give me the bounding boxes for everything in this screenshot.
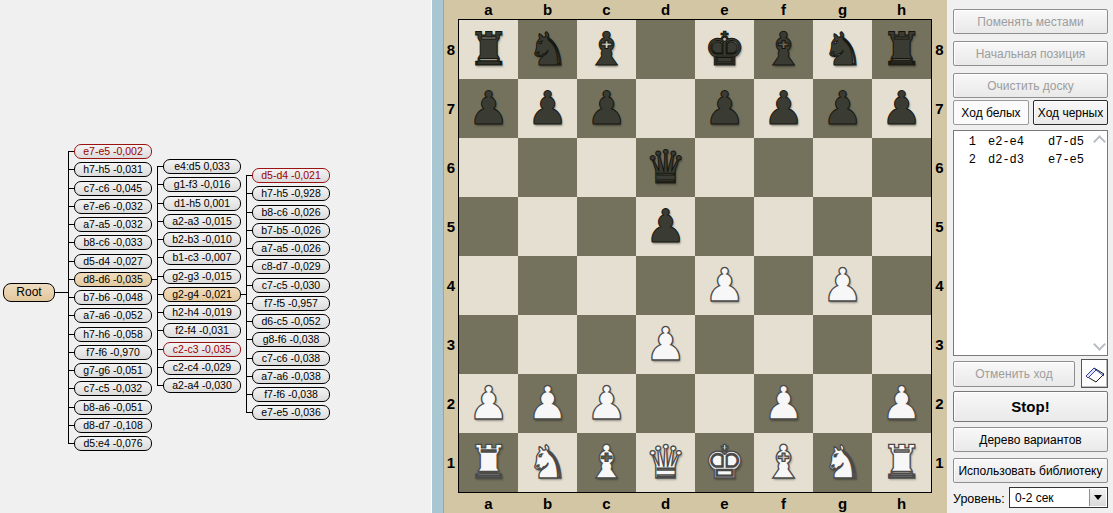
rank-label-4: 4: [444, 256, 458, 315]
rank-label-3: 3: [444, 315, 458, 374]
black-to-move-toggle[interactable]: Ход черных: [1033, 100, 1108, 125]
rank-label-8: 8: [932, 20, 947, 79]
move-list-scrollbar[interactable]: [1092, 131, 1107, 355]
chess-board: ♜♞♝♚♝♞♜♟♟♟♟♟♟♟♛♟♟♟♟♟♟♟♟♟♜♞♝♛♚♝♞♜: [458, 19, 932, 493]
square-c2[interactable]: ♟: [577, 374, 636, 433]
tree-node[interactable]: a7-a6 -0,038: [252, 369, 330, 384]
black-pawn[interactable]: ♟: [527, 79, 568, 138]
tree-node[interactable]: c2-c3 -0,035: [163, 342, 241, 357]
square-h6[interactable]: [872, 138, 931, 197]
tree-node[interactable]: g1-f3 -0,016: [163, 177, 241, 192]
level-combobox[interactable]: 0-2 сек: [1009, 487, 1108, 508]
tree-node[interactable]: g8-f6 -0,038: [252, 332, 330, 347]
move-number: 2: [954, 153, 976, 167]
tree-node[interactable]: h2-h4 -0,019: [163, 305, 241, 320]
file-label-d: d: [636, 0, 695, 19]
file-label-a: a: [459, 493, 518, 513]
black-move: e7-e5: [1048, 153, 1084, 167]
white-pawn[interactable]: ♟: [704, 256, 745, 315]
move-list[interactable]: 1e2-e4d7-d52d2-d3e7-e5: [953, 130, 1108, 356]
white-pawn[interactable]: ♟: [881, 374, 922, 433]
white-pawn[interactable]: ♟: [468, 374, 509, 433]
file-label-a: a: [459, 0, 518, 19]
tree-node[interactable]: g2-g3 -0,015: [163, 269, 241, 284]
square-a5[interactable]: [459, 197, 518, 256]
square-d1[interactable]: ♛: [636, 433, 695, 492]
square-d5[interactable]: ♟: [636, 197, 695, 256]
black-pawn[interactable]: ♟: [822, 79, 863, 138]
black-bishop[interactable]: ♝: [586, 20, 627, 79]
black-pawn[interactable]: ♟: [704, 79, 745, 138]
black-pawn[interactable]: ♟: [586, 79, 627, 138]
square-c6[interactable]: [577, 138, 636, 197]
level-value: 0-2 сек: [1015, 491, 1054, 505]
tree-node[interactable]: a7-a5 -0,026: [252, 241, 330, 256]
square-h4[interactable]: [872, 256, 931, 315]
tree-node[interactable]: h7-h5 -0,031: [74, 162, 152, 177]
square-e8[interactable]: ♚: [695, 20, 754, 79]
undo-move-button[interactable]: Отменить ход: [953, 361, 1075, 387]
square-e6[interactable]: [695, 138, 754, 197]
square-a8[interactable]: ♜: [459, 20, 518, 79]
tree-node[interactable]: b1-c3 -0,007: [163, 250, 241, 265]
square-d8[interactable]: [636, 20, 695, 79]
square-h3[interactable]: [872, 315, 931, 374]
square-c5[interactable]: [577, 197, 636, 256]
tree-node[interactable]: c7-c5 -0,030: [252, 278, 330, 293]
tree-node[interactable]: e7-e5 -0,036: [252, 405, 330, 420]
square-h5[interactable]: [872, 197, 931, 256]
square-d6[interactable]: ♛: [636, 138, 695, 197]
rank-label-3: 3: [932, 315, 947, 374]
file-labels-top: abcdefgh: [459, 0, 931, 19]
black-rook[interactable]: ♜: [881, 20, 922, 79]
swap-sides-button[interactable]: Поменять местами: [953, 9, 1108, 34]
square-b7[interactable]: ♟: [518, 79, 577, 138]
move-row[interactable]: 2d2-d3e7-e5: [954, 149, 1107, 167]
square-e7[interactable]: ♟: [695, 79, 754, 138]
square-d2[interactable]: [636, 374, 695, 433]
square-b5[interactable]: [518, 197, 577, 256]
square-h2[interactable]: ♟: [872, 374, 931, 433]
white-pawn[interactable]: ♟: [527, 374, 568, 433]
tree-node[interactable]: f7-f6 -0,038: [252, 387, 330, 402]
rank-label-5: 5: [932, 197, 947, 256]
square-a3[interactable]: [459, 315, 518, 374]
square-c7[interactable]: ♟: [577, 79, 636, 138]
square-g5[interactable]: [813, 197, 872, 256]
level-label: Уровень:: [953, 492, 1005, 506]
file-label-f: f: [754, 0, 813, 19]
control-panel: Поменять местами Начальная позиция Очист…: [947, 0, 1113, 513]
black-bishop[interactable]: ♝: [763, 20, 804, 79]
square-h8[interactable]: ♜: [872, 20, 931, 79]
tree-node[interactable]: b8-c6 -0,026: [252, 205, 330, 220]
tree-node[interactable]: c2-c4 -0,029: [163, 360, 241, 375]
square-g3[interactable]: [813, 315, 872, 374]
combo-dropdown-arrow-icon[interactable]: [1089, 489, 1106, 506]
file-label-b: b: [518, 493, 577, 513]
square-f2[interactable]: ♟: [754, 374, 813, 433]
white-bishop[interactable]: ♝: [586, 433, 627, 492]
file-label-b: b: [518, 0, 577, 19]
file-label-g: g: [813, 0, 872, 19]
tree-node[interactable]: c7-c5 -0,032: [74, 381, 152, 396]
rank-labels-right: 87654321: [932, 20, 947, 492]
square-e3[interactable]: [695, 315, 754, 374]
scroll-down-icon[interactable]: [1093, 338, 1106, 351]
tree-node[interactable]: f7-f5 -0,957: [252, 296, 330, 311]
white-pawn[interactable]: ♟: [645, 315, 686, 374]
tree-node[interactable]: h7-h6 -0,058: [74, 327, 152, 342]
square-g6[interactable]: [813, 138, 872, 197]
square-d7[interactable]: [636, 79, 695, 138]
square-d4[interactable]: [636, 256, 695, 315]
square-c1[interactable]: ♝: [577, 433, 636, 492]
square-e5[interactable]: [695, 197, 754, 256]
opening-book-button[interactable]: [1081, 359, 1108, 388]
square-c8[interactable]: ♝: [577, 20, 636, 79]
square-a1[interactable]: ♜: [459, 433, 518, 492]
tree-node[interactable]: c7-c6 -0,045: [74, 181, 152, 196]
tree-node[interactable]: d5-d4 -0,027: [74, 254, 152, 269]
rank-labels-left: 87654321: [444, 20, 458, 492]
white-queen[interactable]: ♛: [645, 433, 686, 492]
square-e2[interactable]: [695, 374, 754, 433]
tree-node[interactable]: d8-d7 -0,108: [74, 418, 152, 433]
tree-node[interactable]: c7-c6 -0,038: [252, 351, 330, 366]
square-c3[interactable]: [577, 315, 636, 374]
square-h1[interactable]: ♜: [872, 433, 931, 492]
tree-node[interactable]: b7-b6 -0,048: [74, 290, 152, 305]
black-rook[interactable]: ♜: [468, 20, 509, 79]
tree-node[interactable]: d5-d4 -0,021: [252, 168, 330, 183]
square-a6[interactable]: [459, 138, 518, 197]
file-labels-bottom: abcdefgh: [459, 493, 931, 513]
rank-label-7: 7: [932, 79, 947, 138]
white-to-move-toggle[interactable]: Ход белых: [953, 100, 1029, 125]
scroll-up-icon[interactable]: [1093, 135, 1106, 148]
panel-splitter[interactable]: [431, 0, 444, 513]
file-label-d: d: [636, 493, 695, 513]
rank-label-8: 8: [444, 20, 458, 79]
black-king[interactable]: ♚: [704, 20, 745, 79]
white-knight[interactable]: ♞: [527, 433, 568, 492]
clear-board-button[interactable]: Очистить доску: [953, 73, 1108, 98]
initial-position-button[interactable]: Начальная позиция: [953, 41, 1108, 66]
tree-node[interactable]: g2-g4 -0,021: [163, 287, 241, 302]
square-b8[interactable]: ♞: [518, 20, 577, 79]
stop-button[interactable]: Stop!: [953, 391, 1108, 422]
tree-node[interactable]: c8-d7 -0,029: [252, 259, 330, 274]
black-queen[interactable]: ♛: [645, 138, 686, 197]
file-label-e: e: [695, 0, 754, 19]
white-pawn[interactable]: ♟: [586, 374, 627, 433]
black-pawn[interactable]: ♟: [763, 79, 804, 138]
tree-node[interactable]: h7-h5 -0,928: [252, 186, 330, 201]
square-c4[interactable]: [577, 256, 636, 315]
tree-node[interactable]: d6-c5 -0,052: [252, 314, 330, 329]
rank-label-6: 6: [932, 138, 947, 197]
move-row[interactable]: 1e2-e4d7-d5: [954, 131, 1107, 149]
black-knight[interactable]: ♞: [822, 20, 863, 79]
file-label-f: f: [754, 493, 813, 513]
square-e1[interactable]: ♚: [695, 433, 754, 492]
file-label-g: g: [813, 493, 872, 513]
white-move: d2-d3: [988, 153, 1046, 167]
square-e4[interactable]: ♟: [695, 256, 754, 315]
white-rook[interactable]: ♜: [881, 433, 922, 492]
tree-node[interactable]: e4:d5 0,033: [163, 159, 241, 174]
tree-node[interactable]: d8-d6 -0,035: [74, 272, 152, 287]
square-f6[interactable]: [754, 138, 813, 197]
rank-label-6: 6: [444, 138, 458, 197]
square-g8[interactable]: ♞: [813, 20, 872, 79]
black-knight[interactable]: ♞: [527, 20, 568, 79]
square-g4[interactable]: ♟: [813, 256, 872, 315]
rank-label-1: 1: [444, 433, 458, 492]
tree-node[interactable]: e7-e5 -0,002: [74, 144, 152, 159]
square-a2[interactable]: ♟: [459, 374, 518, 433]
square-h7[interactable]: ♟: [872, 79, 931, 138]
variant-tree-panel: Root e7-e5 -0,002h7-h5 -0,031c7-c6 -0,04…: [0, 0, 431, 513]
tree-root-node[interactable]: Root: [3, 283, 55, 302]
move-rows: 1e2-e4d7-d52d2-d3e7-e5: [954, 131, 1107, 167]
white-rook[interactable]: ♜: [468, 433, 509, 492]
white-king[interactable]: ♚: [704, 433, 745, 492]
tree-node[interactable]: e7-e6 -0,032: [74, 199, 152, 214]
tree-node[interactable]: a2-a3 -0,015: [163, 214, 241, 229]
rank-label-2: 2: [932, 374, 947, 433]
square-f7[interactable]: ♟: [754, 79, 813, 138]
square-b3[interactable]: [518, 315, 577, 374]
white-pawn[interactable]: ♟: [763, 374, 804, 433]
white-knight[interactable]: ♞: [822, 433, 863, 492]
chess-board-frame: abcdefgh abcdefgh 87654321 87654321 ♜♞♝♚…: [444, 0, 947, 513]
tree-node[interactable]: f2-f4 -0,031: [163, 323, 241, 338]
square-f5[interactable]: [754, 197, 813, 256]
file-label-h: h: [872, 493, 931, 513]
white-bishop[interactable]: ♝: [763, 433, 804, 492]
tree-node[interactable]: b8-a6 -0,051: [74, 400, 152, 415]
black-move: d7-d5: [1048, 135, 1084, 149]
tree-node[interactable]: b8-c6 -0,033: [74, 235, 152, 250]
file-label-h: h: [872, 0, 931, 19]
use-library-button[interactable]: Использовать библиотеку: [953, 458, 1108, 483]
variant-tree-button[interactable]: Дерево вариантов: [953, 427, 1108, 452]
square-a7[interactable]: ♟: [459, 79, 518, 138]
square-b1[interactable]: ♞: [518, 433, 577, 492]
rank-label-2: 2: [444, 374, 458, 433]
tree-node[interactable]: g7-g6 -0,051: [74, 363, 152, 378]
book-icon: [1083, 364, 1107, 384]
square-b6[interactable]: [518, 138, 577, 197]
square-g7[interactable]: ♟: [813, 79, 872, 138]
white-move: e2-e4: [988, 135, 1046, 149]
black-pawn[interactable]: ♟: [881, 79, 922, 138]
white-pawn[interactable]: ♟: [822, 256, 863, 315]
tree-node[interactable]: a2-a4 -0,030: [163, 378, 241, 393]
square-f8[interactable]: ♝: [754, 20, 813, 79]
square-g1[interactable]: ♞: [813, 433, 872, 492]
tree-node[interactable]: a7-a6 -0,052: [74, 308, 152, 323]
tree-node[interactable]: b2-b3 -0,010: [163, 232, 241, 247]
rank-label-7: 7: [444, 79, 458, 138]
square-a4[interactable]: [459, 256, 518, 315]
file-label-e: e: [695, 493, 754, 513]
file-label-c: c: [577, 0, 636, 19]
black-pawn[interactable]: ♟: [468, 79, 509, 138]
rank-label-1: 1: [932, 433, 947, 492]
black-pawn[interactable]: ♟: [645, 197, 686, 256]
square-f1[interactable]: ♝: [754, 433, 813, 492]
move-number: 1: [954, 135, 976, 149]
rank-label-4: 4: [932, 256, 947, 315]
square-g2[interactable]: [813, 374, 872, 433]
tree-node[interactable]: f7-f6 -0,970: [74, 345, 152, 360]
square-f4[interactable]: [754, 256, 813, 315]
file-label-c: c: [577, 493, 636, 513]
square-f3[interactable]: [754, 315, 813, 374]
tree-node[interactable]: d1-h5 0,001: [163, 196, 241, 211]
tree-node[interactable]: d5:e4 -0,076: [74, 436, 152, 451]
square-d3[interactable]: ♟: [636, 315, 695, 374]
square-b4[interactable]: [518, 256, 577, 315]
square-b2[interactable]: ♟: [518, 374, 577, 433]
tree-node[interactable]: b7-b5 -0,026: [252, 223, 330, 238]
rank-label-5: 5: [444, 197, 458, 256]
tree-node[interactable]: a7-a5 -0,032: [74, 217, 152, 232]
